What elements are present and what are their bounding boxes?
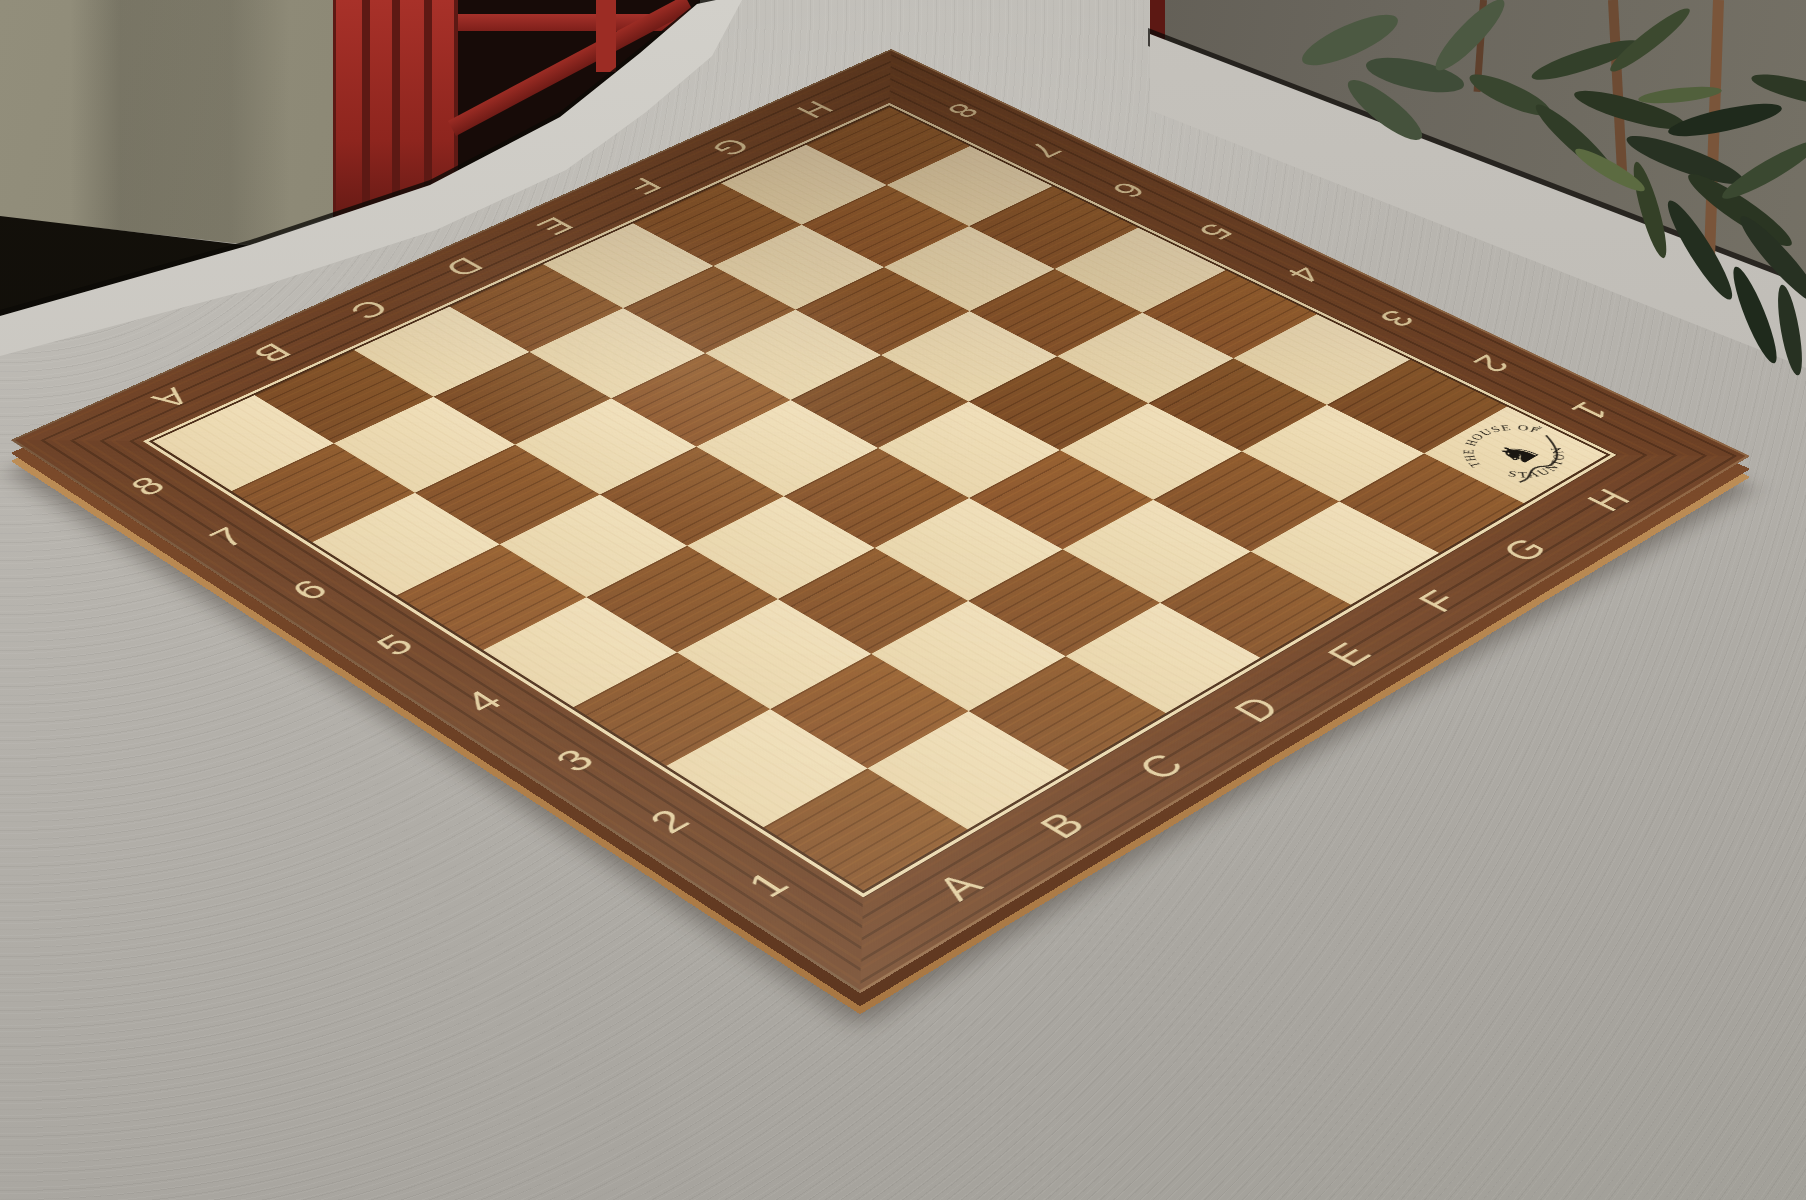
scene: 87654321 87654321 HGFEDCBA HGFEDCBA	[0, 0, 1806, 1200]
knight-icon: ♞	[1485, 436, 1551, 471]
shelf-bar	[596, 0, 616, 72]
